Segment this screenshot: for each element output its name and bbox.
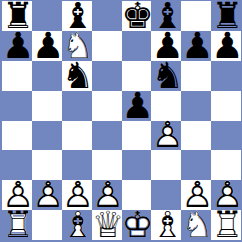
square-a7[interactable]: ♟ (2, 31, 32, 61)
square-d6[interactable] (92, 61, 122, 91)
square-c8[interactable]: ♝ (62, 1, 92, 31)
square-e6[interactable] (122, 61, 152, 91)
square-f4[interactable]: ♟♙ (151, 121, 181, 151)
square-d2[interactable]: ♟♙ (92, 180, 122, 210)
piece-white-knight[interactable]: ♞♘ (62, 31, 92, 61)
square-a3[interactable] (2, 150, 32, 180)
square-a6[interactable] (2, 61, 32, 91)
square-b4[interactable] (32, 121, 62, 151)
square-g6[interactable] (181, 61, 211, 91)
square-g2[interactable]: ♟♙ (181, 180, 211, 210)
piece-black-knight[interactable]: ♞ (151, 61, 181, 91)
square-d8[interactable] (92, 1, 122, 31)
square-a8[interactable]: ♜ (2, 1, 32, 31)
piece-black-king[interactable]: ♚ (122, 1, 152, 31)
piece-black-pawn[interactable]: ♟ (181, 31, 211, 61)
square-c4[interactable] (62, 121, 92, 151)
piece-white-queen[interactable]: ♛♕ (92, 210, 122, 240)
square-c5[interactable] (62, 91, 92, 121)
piece-black-pawn[interactable]: ♟ (32, 31, 62, 61)
piece-white-pawn[interactable]: ♟♙ (181, 180, 211, 210)
square-c1[interactable]: ♝♗ (62, 210, 92, 240)
piece-white-rook[interactable]: ♜♖ (211, 210, 241, 240)
piece-white-rook[interactable]: ♜♖ (2, 210, 32, 240)
square-c7[interactable]: ♞♘ (62, 31, 92, 61)
square-h4[interactable] (211, 121, 241, 151)
square-g8[interactable] (181, 1, 211, 31)
square-b7[interactable]: ♟ (32, 31, 62, 61)
piece-white-pawn[interactable]: ♟♙ (92, 180, 122, 210)
square-a4[interactable] (2, 121, 32, 151)
square-e2[interactable] (122, 180, 152, 210)
square-e3[interactable] (122, 150, 152, 180)
square-b1[interactable] (32, 210, 62, 240)
square-c2[interactable]: ♟♙ (62, 180, 92, 210)
piece-white-pawn[interactable]: ♟♙ (211, 180, 241, 210)
piece-black-bishop[interactable]: ♝ (62, 1, 92, 31)
piece-white-pawn[interactable]: ♟♙ (151, 121, 181, 151)
square-h2[interactable]: ♟♙ (211, 180, 241, 210)
square-e4[interactable] (122, 121, 152, 151)
square-e7[interactable] (122, 31, 152, 61)
square-h8[interactable]: ♜ (211, 1, 241, 31)
piece-white-king[interactable]: ♚♔ (122, 210, 152, 240)
chess-board: ♜♝♚♝♜♟♟♞♘♟♟♟♞♞♟♟♙♟♙♟♙♟♙♟♙♟♙♟♙♜♖♝♗♛♕♚♔♝♗♞… (0, 0, 242, 242)
square-b6[interactable] (32, 61, 62, 91)
square-f6[interactable]: ♞ (151, 61, 181, 91)
square-h5[interactable] (211, 91, 241, 121)
piece-white-knight[interactable]: ♞♘ (181, 210, 211, 240)
piece-white-bishop[interactable]: ♝♗ (151, 210, 181, 240)
square-b8[interactable] (32, 1, 62, 31)
square-f3[interactable] (151, 150, 181, 180)
piece-black-pawn[interactable]: ♟ (122, 91, 152, 121)
square-f8[interactable]: ♝ (151, 1, 181, 31)
square-e5[interactable]: ♟ (122, 91, 152, 121)
square-b2[interactable]: ♟♙ (32, 180, 62, 210)
piece-white-pawn[interactable]: ♟♙ (62, 180, 92, 210)
square-g7[interactable]: ♟ (181, 31, 211, 61)
piece-black-pawn[interactable]: ♟ (151, 31, 181, 61)
square-f7[interactable]: ♟ (151, 31, 181, 61)
piece-black-pawn[interactable]: ♟ (211, 31, 241, 61)
square-a1[interactable]: ♜♖ (2, 210, 32, 240)
piece-black-rook[interactable]: ♜ (2, 1, 32, 31)
piece-white-bishop[interactable]: ♝♗ (62, 210, 92, 240)
piece-black-rook[interactable]: ♜ (211, 1, 241, 31)
square-d7[interactable] (92, 31, 122, 61)
piece-black-pawn[interactable]: ♟ (2, 31, 32, 61)
square-h1[interactable]: ♜♖ (211, 210, 241, 240)
square-h3[interactable] (211, 150, 241, 180)
square-f2[interactable] (151, 180, 181, 210)
piece-white-pawn[interactable]: ♟♙ (2, 180, 32, 210)
square-d4[interactable] (92, 121, 122, 151)
square-f5[interactable] (151, 91, 181, 121)
square-h7[interactable]: ♟ (211, 31, 241, 61)
square-g5[interactable] (181, 91, 211, 121)
square-d1[interactable]: ♛♕ (92, 210, 122, 240)
square-e8[interactable]: ♚ (122, 1, 152, 31)
square-c6[interactable]: ♞ (62, 61, 92, 91)
square-b5[interactable] (32, 91, 62, 121)
square-g1[interactable]: ♞♘ (181, 210, 211, 240)
square-d3[interactable] (92, 150, 122, 180)
square-d5[interactable] (92, 91, 122, 121)
square-e1[interactable]: ♚♔ (122, 210, 152, 240)
square-a2[interactable]: ♟♙ (2, 180, 32, 210)
piece-black-knight[interactable]: ♞ (62, 61, 92, 91)
square-h6[interactable] (211, 61, 241, 91)
square-g4[interactable] (181, 121, 211, 151)
square-f1[interactable]: ♝♗ (151, 210, 181, 240)
square-a5[interactable] (2, 91, 32, 121)
piece-white-pawn[interactable]: ♟♙ (32, 180, 62, 210)
square-g3[interactable] (181, 150, 211, 180)
square-c3[interactable] (62, 150, 92, 180)
square-b3[interactable] (32, 150, 62, 180)
piece-black-bishop[interactable]: ♝ (151, 1, 181, 31)
